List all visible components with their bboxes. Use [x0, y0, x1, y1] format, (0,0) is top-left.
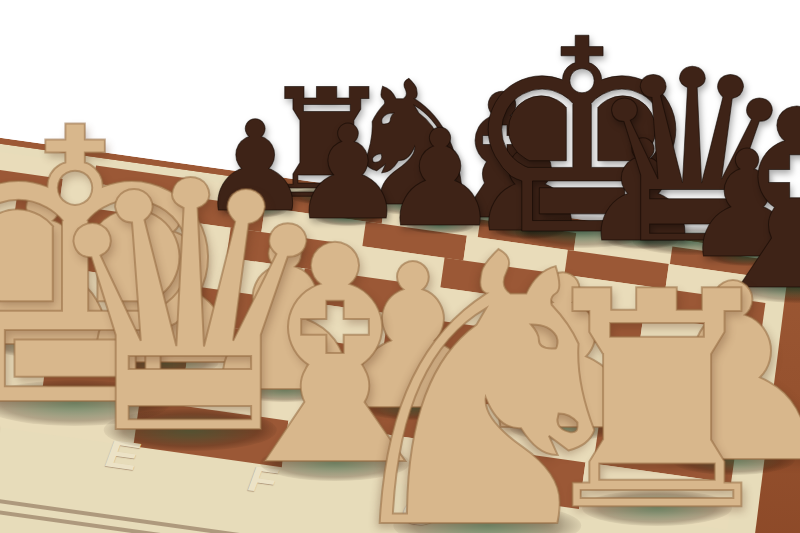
chess-set-photo: DEFG ♜♞♟♟♝♟♟♚♟♛♟♝♟♟♟♚♟♟♛♟♝♜♞: [0, 0, 800, 533]
white-knight-g1[interactable]: ♞: [319, 206, 655, 533]
pieces-layer: ♜♞♟♟♝♟♟♚♟♛♟♝♟♟♟♚♟♟♛♟♝♜♞: [0, 0, 800, 533]
